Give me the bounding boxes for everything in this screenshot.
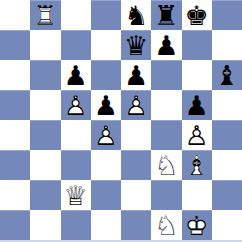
square-c7[interactable]	[61, 30, 91, 60]
piece-outline-layer: ♙	[91, 120, 121, 150]
square-b4[interactable]	[30, 120, 60, 150]
white-king-piece[interactable]: ♚♔	[182, 210, 212, 240]
square-d5[interactable]: ♟	[91, 90, 121, 120]
black-pawn-piece[interactable]: ♟	[182, 90, 212, 120]
square-a6[interactable]	[0, 60, 30, 90]
square-c3[interactable]	[61, 150, 91, 180]
square-g7[interactable]	[182, 30, 212, 60]
square-g2[interactable]	[182, 180, 212, 210]
square-c6[interactable]: ♟	[61, 60, 91, 90]
square-e1[interactable]	[121, 210, 151, 240]
square-a7[interactable]	[0, 30, 30, 60]
square-e8[interactable]: ♞	[121, 0, 151, 30]
black-pawn-piece[interactable]: ♟	[121, 60, 151, 90]
black-pawn-piece[interactable]: ♟	[151, 30, 181, 60]
square-g8[interactable]: ♚	[182, 0, 212, 30]
square-d1[interactable]	[91, 210, 121, 240]
square-f4[interactable]	[151, 120, 181, 150]
white-rook-piece[interactable]: ♜♖	[30, 0, 60, 30]
square-h2[interactable]	[212, 180, 242, 210]
square-h7[interactable]	[212, 30, 242, 60]
black-pawn-piece[interactable]: ♟	[61, 60, 91, 90]
white-pawn-piece[interactable]: ♟♙	[121, 90, 151, 120]
black-king-piece[interactable]: ♚	[182, 0, 212, 30]
square-b3[interactable]	[30, 150, 60, 180]
square-e5[interactable]: ♟♙	[121, 90, 151, 120]
square-d4[interactable]: ♟♙	[91, 120, 121, 150]
white-pawn-piece[interactable]: ♟♙	[182, 120, 212, 150]
square-a1[interactable]	[0, 210, 30, 240]
square-d2[interactable]	[91, 180, 121, 210]
black-queen-piece[interactable]: ♛	[121, 30, 151, 60]
square-b6[interactable]	[30, 60, 60, 90]
square-g6[interactable]	[182, 60, 212, 90]
square-f2[interactable]	[151, 180, 181, 210]
square-b2[interactable]	[30, 180, 60, 210]
white-pawn-piece[interactable]: ♟♙	[91, 120, 121, 150]
black-rook-piece[interactable]: ♜	[151, 0, 181, 30]
square-e3[interactable]	[121, 150, 151, 180]
white-knight-piece[interactable]: ♞♘	[151, 210, 181, 240]
black-knight-piece[interactable]: ♞	[121, 0, 151, 30]
square-c8[interactable]	[61, 0, 91, 30]
square-b5[interactable]	[30, 90, 60, 120]
white-knight-piece[interactable]: ♞♘	[151, 150, 181, 180]
square-c2[interactable]: ♛♕	[61, 180, 91, 210]
square-d8[interactable]	[91, 0, 121, 30]
square-a5[interactable]	[0, 90, 30, 120]
piece-outline-layer: ♙	[121, 90, 151, 120]
square-f1[interactable]: ♞♘	[151, 210, 181, 240]
square-d3[interactable]	[91, 150, 121, 180]
square-f6[interactable]	[151, 60, 181, 90]
square-e2[interactable]	[121, 180, 151, 210]
chess-board: ♜♖♞♜♚♛♟♟♟♝♟♙♟♟♙♟♟♙♟♙♞♘♝♗♛♕♞♘♚♔	[0, 0, 242, 242]
square-d7[interactable]	[91, 30, 121, 60]
square-a4[interactable]	[0, 120, 30, 150]
square-f5[interactable]	[151, 90, 181, 120]
square-c1[interactable]	[61, 210, 91, 240]
white-pawn-piece[interactable]: ♟♙	[61, 90, 91, 120]
square-c5[interactable]: ♟♙	[61, 90, 91, 120]
square-b8[interactable]: ♜♖	[30, 0, 60, 30]
piece-outline-layer: ♖	[30, 0, 60, 30]
square-a3[interactable]	[0, 150, 30, 180]
square-h4[interactable]	[212, 120, 242, 150]
piece-outline-layer: ♙	[182, 120, 212, 150]
square-a2[interactable]	[0, 180, 30, 210]
square-h5[interactable]	[212, 90, 242, 120]
square-f8[interactable]: ♜	[151, 0, 181, 30]
square-a8[interactable]	[0, 0, 30, 30]
square-g4[interactable]: ♟♙	[182, 120, 212, 150]
piece-outline-layer: ♕	[61, 180, 91, 210]
piece-outline-layer: ♙	[61, 90, 91, 120]
square-e6[interactable]: ♟	[121, 60, 151, 90]
white-bishop-piece[interactable]: ♝♗	[182, 150, 212, 180]
piece-outline-layer: ♗	[182, 150, 212, 180]
piece-outline-layer: ♔	[182, 210, 212, 240]
black-pawn-piece[interactable]: ♟	[91, 90, 121, 120]
square-f3[interactable]: ♞♘	[151, 150, 181, 180]
square-g1[interactable]: ♚♔	[182, 210, 212, 240]
square-c4[interactable]	[61, 120, 91, 150]
square-f7[interactable]: ♟	[151, 30, 181, 60]
white-queen-piece[interactable]: ♛♕	[61, 180, 91, 210]
square-h3[interactable]	[212, 150, 242, 180]
square-g3[interactable]: ♝♗	[182, 150, 212, 180]
square-e4[interactable]	[121, 120, 151, 150]
square-e7[interactable]: ♛	[121, 30, 151, 60]
square-b1[interactable]	[30, 210, 60, 240]
square-h8[interactable]	[212, 0, 242, 30]
square-h1[interactable]	[212, 210, 242, 240]
square-d6[interactable]	[91, 60, 121, 90]
square-g5[interactable]: ♟	[182, 90, 212, 120]
square-h6[interactable]: ♝	[212, 60, 242, 90]
black-bishop-piece[interactable]: ♝	[212, 60, 242, 90]
piece-outline-layer: ♘	[151, 210, 181, 240]
square-b7[interactable]	[30, 30, 60, 60]
piece-outline-layer: ♘	[151, 150, 181, 180]
